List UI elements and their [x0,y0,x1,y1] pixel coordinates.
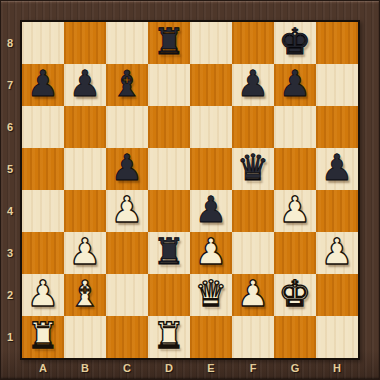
square-g1[interactable] [274,316,316,358]
square-f4[interactable] [232,190,274,232]
square-e2[interactable]: ♛ [190,274,232,316]
square-a2[interactable]: ♟ [22,274,64,316]
square-d2[interactable] [148,274,190,316]
square-a3[interactable] [22,232,64,274]
piece-white-pawn[interactable]: ♟ [321,234,353,270]
square-g4[interactable]: ♟ [274,190,316,232]
square-b2[interactable]: ♝ [64,274,106,316]
square-g8[interactable]: ♚ [274,22,316,64]
rank-label-7: 7 [0,64,20,106]
piece-black-bishop[interactable]: ♝ [111,66,143,102]
file-label-e: E [190,358,232,380]
square-a4[interactable] [22,190,64,232]
square-c8[interactable] [106,22,148,64]
piece-white-rook[interactable]: ♜ [27,318,59,354]
square-a1[interactable]: ♜ [22,316,64,358]
square-d5[interactable] [148,148,190,190]
piece-white-pawn[interactable]: ♟ [27,276,59,312]
square-b7[interactable]: ♟ [64,64,106,106]
square-b4[interactable] [64,190,106,232]
square-g2[interactable]: ♚ [274,274,316,316]
square-d3[interactable]: ♜ [148,232,190,274]
square-d8[interactable]: ♜ [148,22,190,64]
square-a8[interactable] [22,22,64,64]
square-c5[interactable]: ♟ [106,148,148,190]
square-b8[interactable] [64,22,106,64]
square-h2[interactable] [316,274,358,316]
piece-black-pawn[interactable]: ♟ [111,150,143,186]
square-e7[interactable] [190,64,232,106]
rank-label-4: 4 [0,190,20,232]
piece-black-king[interactable]: ♚ [279,24,311,60]
square-f6[interactable] [232,106,274,148]
rank-label-3: 3 [0,232,20,274]
square-f1[interactable] [232,316,274,358]
rank-label-6: 6 [0,106,20,148]
square-g5[interactable] [274,148,316,190]
square-d6[interactable] [148,106,190,148]
rank-label-2: 2 [0,274,20,316]
square-f8[interactable] [232,22,274,64]
square-d1[interactable]: ♜ [148,316,190,358]
square-a5[interactable] [22,148,64,190]
piece-black-pawn[interactable]: ♟ [237,66,269,102]
square-b5[interactable] [64,148,106,190]
square-e8[interactable] [190,22,232,64]
piece-black-rook[interactable]: ♜ [153,24,185,60]
square-d7[interactable] [148,64,190,106]
square-e3[interactable]: ♟ [190,232,232,274]
piece-white-bishop[interactable]: ♝ [69,276,101,312]
file-label-f: F [232,358,274,380]
rank-label-8: 8 [0,22,20,64]
square-h7[interactable] [316,64,358,106]
square-a7[interactable]: ♟ [22,64,64,106]
square-g7[interactable]: ♟ [274,64,316,106]
piece-black-pawn[interactable]: ♟ [27,66,59,102]
square-g3[interactable] [274,232,316,274]
file-label-c: C [106,358,148,380]
square-b1[interactable] [64,316,106,358]
square-f7[interactable]: ♟ [232,64,274,106]
rank-label-5: 5 [0,148,20,190]
piece-black-pawn[interactable]: ♟ [279,66,311,102]
square-c4[interactable]: ♟ [106,190,148,232]
square-e4[interactable]: ♟ [190,190,232,232]
square-e6[interactable] [190,106,232,148]
chess-board-frame: 87654321 ABCDEFGH ♜♚♟♟♝♟♟♟♛♟♟♟♟♟♜♟♟♟♝♛♟♚… [0,0,380,380]
square-c1[interactable] [106,316,148,358]
file-label-d: D [148,358,190,380]
square-e5[interactable] [190,148,232,190]
piece-white-pawn[interactable]: ♟ [111,192,143,228]
square-b6[interactable] [64,106,106,148]
square-a6[interactable] [22,106,64,148]
square-b3[interactable]: ♟ [64,232,106,274]
square-e1[interactable] [190,316,232,358]
piece-white-pawn[interactable]: ♟ [279,192,311,228]
square-c7[interactable]: ♝ [106,64,148,106]
square-h4[interactable] [316,190,358,232]
piece-black-pawn[interactable]: ♟ [321,150,353,186]
square-c6[interactable] [106,106,148,148]
piece-white-king[interactable]: ♚ [279,276,311,312]
file-label-h: H [316,358,358,380]
piece-white-queen[interactable]: ♛ [195,276,227,312]
file-label-b: B [64,358,106,380]
square-f5[interactable]: ♛ [232,148,274,190]
square-h1[interactable] [316,316,358,358]
square-h5[interactable]: ♟ [316,148,358,190]
square-f3[interactable] [232,232,274,274]
square-h8[interactable] [316,22,358,64]
square-c2[interactable] [106,274,148,316]
piece-white-pawn[interactable]: ♟ [237,276,269,312]
square-h6[interactable] [316,106,358,148]
piece-black-rook[interactable]: ♜ [153,234,185,270]
square-g6[interactable] [274,106,316,148]
rank-label-1: 1 [0,316,20,358]
square-c3[interactable] [106,232,148,274]
square-d4[interactable] [148,190,190,232]
square-f2[interactable]: ♟ [232,274,274,316]
piece-black-pawn[interactable]: ♟ [69,66,101,102]
file-label-g: G [274,358,316,380]
piece-white-rook[interactable]: ♜ [153,318,185,354]
file-label-a: A [22,358,64,380]
square-h3[interactable]: ♟ [316,232,358,274]
piece-black-queen[interactable]: ♛ [237,150,269,186]
piece-white-pawn[interactable]: ♟ [69,234,101,270]
piece-black-pawn[interactable]: ♟ [195,192,227,228]
chess-board: ♜♚♟♟♝♟♟♟♛♟♟♟♟♟♜♟♟♟♝♛♟♚♜♜ [20,20,360,360]
piece-white-pawn[interactable]: ♟ [195,234,227,270]
